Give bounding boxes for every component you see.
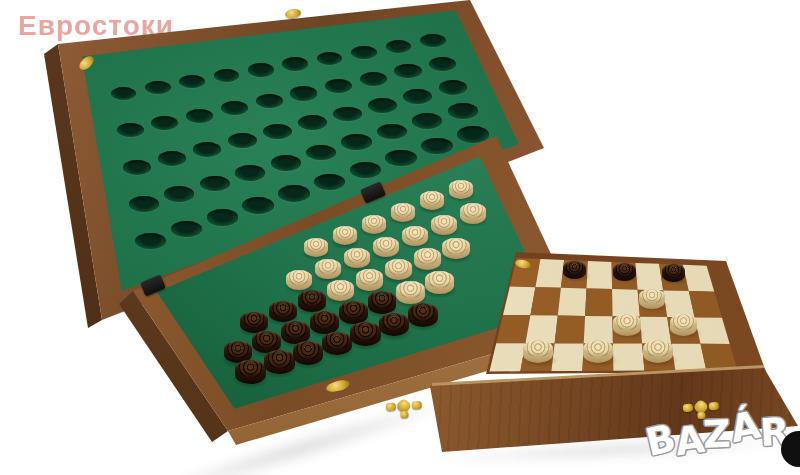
tray-dark-piece xyxy=(339,301,368,324)
board-front-clasp-left xyxy=(385,396,422,420)
lid-clasp-top xyxy=(284,7,301,18)
tray-light-piece-top xyxy=(442,238,469,254)
tray-dark-piece-top xyxy=(224,341,253,358)
lid-empty-slot xyxy=(235,165,265,181)
lid-empty-slot xyxy=(111,87,137,100)
tray-light-piece xyxy=(402,226,428,246)
tray-light-piece xyxy=(460,203,486,223)
tray-light-piece xyxy=(449,180,473,199)
tray-light-piece xyxy=(420,191,444,210)
board-front-clasp-left-part xyxy=(400,411,408,419)
tray-light-piece xyxy=(333,226,357,245)
lid-empty-slot xyxy=(351,46,377,59)
tray-dark-piece-top xyxy=(408,303,438,321)
lid-empty-slot xyxy=(448,103,478,119)
logo-letter-4: Á xyxy=(727,405,763,448)
tray-dark-piece xyxy=(368,291,397,314)
lid-empty-slot xyxy=(420,34,446,47)
tray-light-piece xyxy=(362,215,386,234)
lid-empty-slot xyxy=(256,94,283,108)
board-light-man-top xyxy=(643,340,673,357)
tray-light-piece-top xyxy=(414,248,441,264)
tray-dark-piece xyxy=(350,322,380,346)
tray-light-piece xyxy=(431,215,457,235)
board-light-man xyxy=(643,340,673,363)
tray-light-piece-top xyxy=(286,270,312,285)
lid-empty-slot xyxy=(248,63,274,76)
tray-dark-piece-top xyxy=(281,321,310,338)
lid-empty-slot xyxy=(317,52,343,65)
board-light-man-top xyxy=(583,340,613,357)
tray-dark-piece xyxy=(408,303,438,327)
tray-dark-piece-top xyxy=(298,290,325,306)
tray-dark-piece xyxy=(269,301,296,322)
tray-light-piece-top xyxy=(396,281,425,298)
board-light-man xyxy=(639,289,664,309)
tray-dark-piece-top xyxy=(252,331,281,348)
lid-empty-slot xyxy=(350,162,382,178)
tray-dark-piece xyxy=(298,290,325,311)
lid-empty-slot xyxy=(360,72,387,86)
tray-light-piece xyxy=(425,271,454,294)
tray-light-piece xyxy=(344,248,370,268)
lid-empty-slot xyxy=(439,80,468,95)
tray-light-piece xyxy=(414,248,441,269)
lid-empty-slot xyxy=(200,176,230,192)
lid-empty-slot xyxy=(207,209,239,225)
tray-dark-piece xyxy=(240,312,267,333)
lid-empty-slot xyxy=(193,142,222,157)
tray-dark-piece-top xyxy=(240,312,267,328)
tray-dark-piece-top xyxy=(264,350,294,368)
tray-light-piece xyxy=(315,259,341,279)
lid-empty-slot xyxy=(158,151,187,166)
lid-empty-slot xyxy=(457,126,489,142)
tray-light-piece xyxy=(286,270,312,290)
board-light-man xyxy=(613,314,641,336)
tray-light-piece-top xyxy=(344,248,370,263)
tray-light-piece xyxy=(356,269,383,290)
lid-empty-slot xyxy=(145,81,171,94)
tray-light-piece-top xyxy=(373,237,399,252)
tray-dark-piece-top xyxy=(293,341,323,359)
board-dark-man xyxy=(662,264,685,282)
tray-dark-piece xyxy=(310,311,339,334)
board-dark-man xyxy=(563,261,586,279)
lid-empty-slot xyxy=(278,185,310,201)
tray-light-piece xyxy=(396,281,425,304)
tray-light-piece-top xyxy=(402,226,428,241)
lid-empty-slot xyxy=(242,197,274,213)
tray-light-piece xyxy=(391,203,415,222)
board-light-man xyxy=(523,340,553,363)
lid-empty-slot xyxy=(341,134,371,150)
tray-dark-piece xyxy=(293,341,323,365)
board-front-clasp-left-part xyxy=(412,401,423,410)
lid-empty-slot xyxy=(228,133,257,148)
tray-light-piece-top xyxy=(315,259,341,274)
tray-dark-piece xyxy=(235,360,265,384)
lid-empty-slot xyxy=(271,155,301,171)
board-light-man xyxy=(670,314,698,336)
tray-light-piece xyxy=(327,280,354,301)
tray-dark-piece-top xyxy=(269,301,296,317)
lid-empty-slot xyxy=(403,89,432,104)
tray-light-piece-top xyxy=(425,271,454,288)
tray-light-piece-top xyxy=(391,203,415,217)
tray-light-piece-top xyxy=(304,238,328,252)
lid-empty-slot xyxy=(129,196,159,212)
board-light-man-top xyxy=(613,314,641,330)
tray-light-piece-top xyxy=(449,180,473,194)
board-front-clasp-right-part xyxy=(709,402,720,411)
board-dark-man-top xyxy=(613,263,636,276)
board-dark-man xyxy=(613,263,636,281)
lid-empty-slot xyxy=(306,145,336,161)
board-light-man xyxy=(583,340,613,363)
lid-empty-slot xyxy=(290,86,317,100)
lid-empty-slot xyxy=(282,57,308,70)
tray-light-piece xyxy=(304,238,328,257)
logo-letter-2: A xyxy=(673,420,707,462)
product-photo-scene: Евростоки BAZÁR xyxy=(0,0,800,475)
bazar-logo: BAZÁR xyxy=(644,406,799,475)
board-light-man-top xyxy=(523,340,553,357)
lid-empty-slot xyxy=(164,186,194,202)
tray-light-piece-top xyxy=(385,259,412,275)
tray-light-piece xyxy=(385,259,412,280)
lid-empty-slot xyxy=(368,98,397,113)
lid-empty-slot xyxy=(263,124,292,139)
tray-dark-piece xyxy=(264,350,294,374)
tray-light-piece-top xyxy=(362,215,386,229)
tray-dark-piece-top xyxy=(339,301,368,318)
tray-light-piece xyxy=(442,238,469,259)
logo-letter-3: Z xyxy=(703,415,732,454)
board-light-man-top xyxy=(639,289,664,304)
tray-light-piece-top xyxy=(327,280,354,296)
lid-empty-slot xyxy=(314,174,346,190)
board-front-clasp-right-part xyxy=(683,404,694,413)
tray-light-piece-top xyxy=(431,215,457,230)
tray-dark-piece-top xyxy=(310,311,339,328)
tray-light-piece xyxy=(373,237,399,257)
lid-empty-slot xyxy=(385,150,417,166)
board-front-clasp-left-part xyxy=(386,403,397,412)
lid-empty-slot xyxy=(123,160,152,175)
tray-dark-piece-top xyxy=(368,291,397,308)
lid-empty-slot xyxy=(186,109,213,123)
tray-dark-piece xyxy=(379,313,409,337)
